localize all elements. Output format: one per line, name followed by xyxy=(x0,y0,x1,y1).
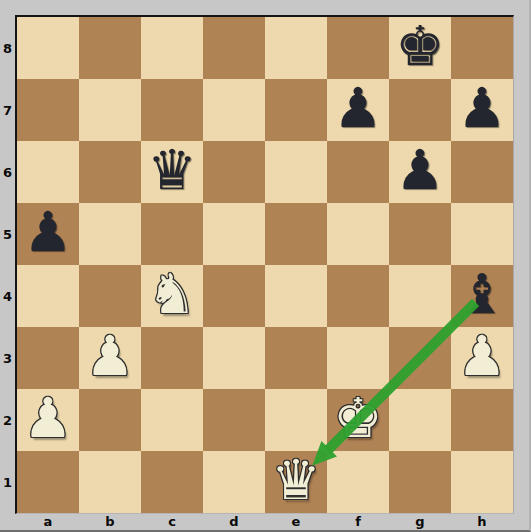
square-d1[interactable] xyxy=(203,451,265,513)
square-d4[interactable] xyxy=(203,265,265,327)
square-f8[interactable] xyxy=(327,17,389,79)
square-b1[interactable] xyxy=(79,451,141,513)
square-c2[interactable] xyxy=(141,389,203,451)
white-pawn[interactable]: ♟ xyxy=(451,325,513,387)
square-h1[interactable] xyxy=(451,451,513,513)
file-coordinates: abcdefgh xyxy=(17,513,513,530)
square-a1[interactable] xyxy=(17,451,79,513)
file-label-b: b xyxy=(79,513,141,530)
square-a7[interactable] xyxy=(17,79,79,141)
square-a8[interactable] xyxy=(17,17,79,79)
square-c7[interactable] xyxy=(141,79,203,141)
square-b8[interactable] xyxy=(79,17,141,79)
square-e5[interactable] xyxy=(265,203,327,265)
square-h2[interactable] xyxy=(451,389,513,451)
square-f5[interactable] xyxy=(327,203,389,265)
square-d8[interactable] xyxy=(203,17,265,79)
square-f6[interactable] xyxy=(327,141,389,203)
square-e3[interactable] xyxy=(265,327,327,389)
square-b3[interactable]: ♟ xyxy=(79,327,141,389)
square-h4[interactable]: ♝ xyxy=(451,265,513,327)
square-e1[interactable]: ♛ xyxy=(265,451,327,513)
rank-label-7: 7 xyxy=(0,79,15,141)
square-c3[interactable] xyxy=(141,327,203,389)
square-a5[interactable]: ♟ xyxy=(17,203,79,265)
square-c8[interactable] xyxy=(141,17,203,79)
file-label-g: g xyxy=(389,513,451,530)
board-frame: ♚♟♟♛♟♟♞♝♟♟♟♚♛ xyxy=(15,15,514,514)
rank-coordinates: 87654321 xyxy=(0,17,15,513)
square-g2[interactable] xyxy=(389,389,451,451)
square-b6[interactable] xyxy=(79,141,141,203)
square-g3[interactable] xyxy=(389,327,451,389)
rank-label-1: 1 xyxy=(0,451,15,513)
rank-label-5: 5 xyxy=(0,203,15,265)
square-c5[interactable] xyxy=(141,203,203,265)
square-h8[interactable] xyxy=(451,17,513,79)
square-a4[interactable] xyxy=(17,265,79,327)
file-label-e: e xyxy=(265,513,327,530)
white-knight[interactable]: ♞ xyxy=(141,263,203,325)
square-f3[interactable] xyxy=(327,327,389,389)
square-h7[interactable]: ♟ xyxy=(451,79,513,141)
black-queen[interactable]: ♛ xyxy=(141,139,203,201)
square-c4[interactable]: ♞ xyxy=(141,265,203,327)
square-b4[interactable] xyxy=(79,265,141,327)
file-label-a: a xyxy=(17,513,79,530)
black-pawn[interactable]: ♟ xyxy=(17,201,79,263)
white-queen[interactable]: ♛ xyxy=(265,449,327,511)
square-f4[interactable] xyxy=(327,265,389,327)
white-pawn[interactable]: ♟ xyxy=(17,387,79,449)
square-g4[interactable] xyxy=(389,265,451,327)
file-label-c: c xyxy=(141,513,203,530)
rank-label-4: 4 xyxy=(0,265,15,327)
square-g6[interactable]: ♟ xyxy=(389,141,451,203)
square-c6[interactable]: ♛ xyxy=(141,141,203,203)
square-d3[interactable] xyxy=(203,327,265,389)
square-e2[interactable] xyxy=(265,389,327,451)
black-pawn[interactable]: ♟ xyxy=(327,77,389,139)
black-bishop[interactable]: ♝ xyxy=(451,263,513,325)
black-pawn[interactable]: ♟ xyxy=(389,139,451,201)
file-label-f: f xyxy=(327,513,389,530)
rank-label-6: 6 xyxy=(0,141,15,203)
square-a3[interactable] xyxy=(17,327,79,389)
square-h3[interactable]: ♟ xyxy=(451,327,513,389)
square-d6[interactable] xyxy=(203,141,265,203)
square-e6[interactable] xyxy=(265,141,327,203)
square-d2[interactable] xyxy=(203,389,265,451)
square-a2[interactable]: ♟ xyxy=(17,389,79,451)
square-g7[interactable] xyxy=(389,79,451,141)
black-king[interactable]: ♚ xyxy=(389,15,451,77)
square-b2[interactable] xyxy=(79,389,141,451)
chess-board-window: 87654321 ♚♟♟♛♟♟♞♝♟♟♟♚♛ abcdefgh xyxy=(0,0,531,532)
chess-board: ♚♟♟♛♟♟♞♝♟♟♟♚♛ xyxy=(17,17,513,513)
square-a6[interactable] xyxy=(17,141,79,203)
file-label-h: h xyxy=(451,513,513,530)
square-f1[interactable] xyxy=(327,451,389,513)
square-f7[interactable]: ♟ xyxy=(327,79,389,141)
square-e4[interactable] xyxy=(265,265,327,327)
square-b7[interactable] xyxy=(79,79,141,141)
square-d7[interactable] xyxy=(203,79,265,141)
square-g5[interactable] xyxy=(389,203,451,265)
square-f2[interactable]: ♚ xyxy=(327,389,389,451)
square-h5[interactable] xyxy=(451,203,513,265)
square-g8[interactable]: ♚ xyxy=(389,17,451,79)
rank-label-3: 3 xyxy=(0,327,15,389)
square-h6[interactable] xyxy=(451,141,513,203)
square-g1[interactable] xyxy=(389,451,451,513)
square-d5[interactable] xyxy=(203,203,265,265)
black-pawn[interactable]: ♟ xyxy=(451,77,513,139)
file-label-d: d xyxy=(203,513,265,530)
rank-label-8: 8 xyxy=(0,17,15,79)
square-b5[interactable] xyxy=(79,203,141,265)
square-e8[interactable] xyxy=(265,17,327,79)
rank-label-2: 2 xyxy=(0,389,15,451)
square-c1[interactable] xyxy=(141,451,203,513)
white-king[interactable]: ♚ xyxy=(327,387,389,449)
square-e7[interactable] xyxy=(265,79,327,141)
white-pawn[interactable]: ♟ xyxy=(79,325,141,387)
